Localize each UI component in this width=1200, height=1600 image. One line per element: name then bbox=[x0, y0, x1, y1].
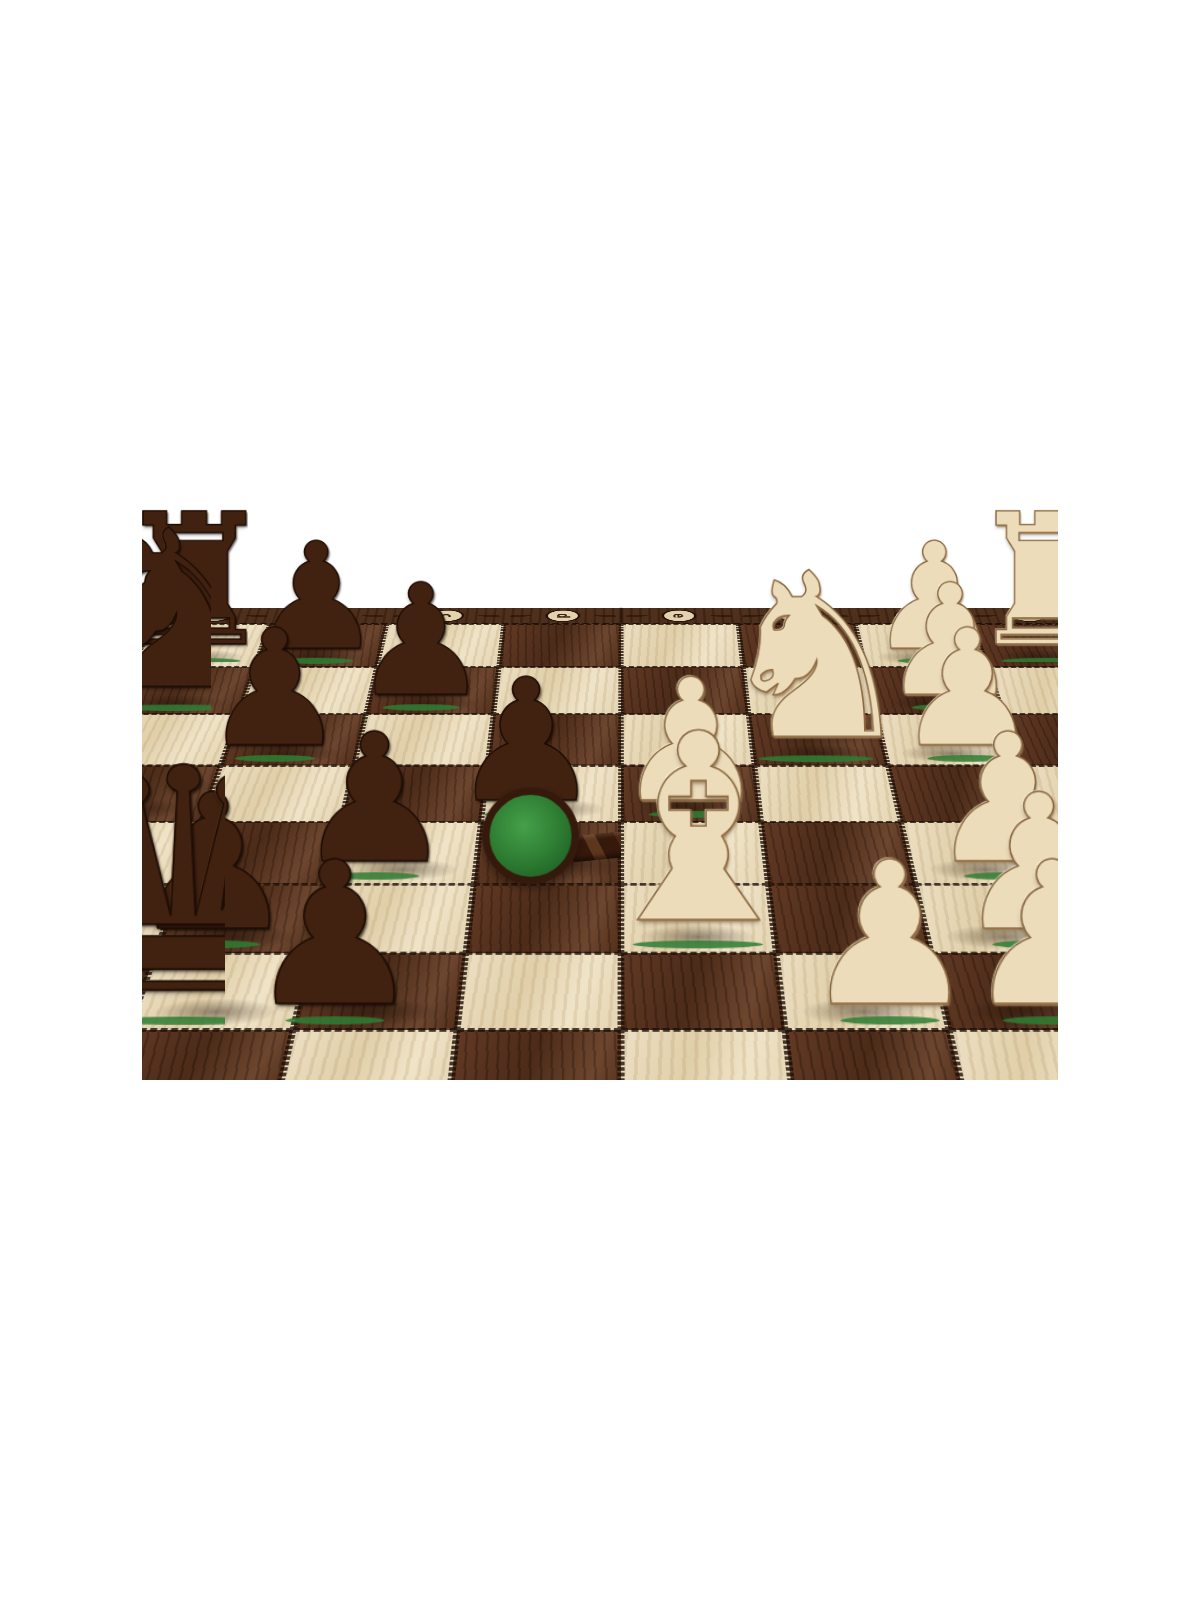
coordinate-medallion: d bbox=[504, 609, 621, 622]
medallion-label: c bbox=[437, 614, 456, 618]
white-pawn: ♟ bbox=[963, 843, 1058, 1026]
medallion-label: e bbox=[670, 614, 689, 618]
pawn-icon: ♟ bbox=[246, 843, 424, 1026]
board-3d-scene: abcdefgh ♜♟♟♜♞♟♟♟♞♟♟♟♟♟♟♟♝♟♛♟♟♟ bbox=[142, 500, 1058, 1080]
medallion-circle: d bbox=[545, 610, 581, 622]
square-g1 bbox=[949, 1030, 1058, 1080]
square-f1 bbox=[785, 1030, 969, 1080]
coordinate-medallion: f bbox=[736, 609, 855, 622]
square-e1 bbox=[621, 1030, 795, 1080]
coordinate-medallion-strip: abcdefgh bbox=[153, 609, 1058, 622]
chess-board: abcdefgh ♜♟♟♜♞♟♟♟♞♟♟♟♟♟♟♟♝♟♛♟♟♟ bbox=[142, 608, 1058, 1080]
pawn-icon: ♟ bbox=[801, 843, 979, 1026]
coordinate-medallion: g bbox=[852, 609, 972, 622]
coordinate-medallion: a bbox=[153, 609, 275, 622]
medallion-circle: f bbox=[777, 610, 814, 622]
coordinate-medallion: e bbox=[621, 609, 738, 622]
square-f2: ♟ bbox=[776, 953, 949, 1030]
square-c2: ♟ bbox=[293, 953, 466, 1030]
page-background: abcdefgh ♜♟♟♜♞♟♟♟♞♟♟♟♟♟♟♟♝♟♛♟♟♟ bbox=[0, 0, 1200, 1600]
medallion-circle: h bbox=[1008, 610, 1048, 622]
coordinate-medallion: c bbox=[387, 609, 506, 622]
medallion-label: g bbox=[902, 613, 922, 618]
medallion-circle: g bbox=[892, 610, 930, 622]
square-d2 bbox=[457, 953, 621, 1030]
coordinate-medallion: h bbox=[967, 609, 1058, 622]
medallion-label: f bbox=[786, 614, 805, 617]
medallion-circle: e bbox=[661, 610, 697, 622]
bishop-icon: ♝ bbox=[582, 711, 815, 950]
black-pawn: ♟ bbox=[246, 843, 424, 1026]
square-e3: ♝ bbox=[621, 884, 776, 953]
square-e2 bbox=[621, 953, 785, 1030]
white-bishop: ♝ bbox=[582, 711, 815, 950]
square-c1 bbox=[273, 1030, 457, 1080]
medallion-circle: a bbox=[194, 610, 234, 622]
medallion-circle: b bbox=[311, 610, 349, 622]
medallion-label: h bbox=[1018, 613, 1038, 618]
white-pawn: ♟ bbox=[801, 843, 979, 1026]
pawn-icon: ♟ bbox=[963, 843, 1058, 1026]
chessboard-photo: abcdefgh ♜♟♟♜♞♟♟♟♞♟♟♟♟♟♟♟♝♟♛♟♟♟ bbox=[142, 500, 1058, 1080]
board-squares: ♜♟♟♜♞♟♟♟♞♟♟♟♟♟♟♟♝♟♛♟♟♟ bbox=[142, 624, 1058, 1080]
coordinate-medallion: b bbox=[270, 609, 390, 622]
green-felt-base bbox=[483, 787, 580, 884]
medallion-circle: c bbox=[428, 610, 465, 622]
medallion-label: d bbox=[554, 613, 573, 618]
medallion-label: b bbox=[321, 613, 341, 618]
medallion-label: a bbox=[204, 614, 224, 618]
square-d1 bbox=[447, 1030, 621, 1080]
square-b1 bbox=[142, 1030, 293, 1080]
